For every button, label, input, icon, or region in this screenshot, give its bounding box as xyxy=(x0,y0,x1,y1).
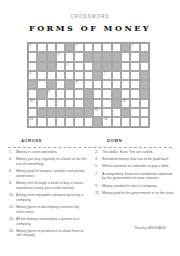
grid-cell[interactable] xyxy=(74,99,83,108)
blocked-cell xyxy=(37,52,46,61)
grid-cell[interactable]: 3 xyxy=(130,43,139,52)
grid-cell[interactable] xyxy=(74,52,83,61)
clue-item: 8.Money lent through a bank to buy a hou… xyxy=(9,181,89,190)
page-title: FORMS OF MONEY xyxy=(0,23,180,33)
grid-cell[interactable]: 16 xyxy=(102,117,111,126)
grid-cell[interactable] xyxy=(140,108,149,117)
clue-item-number: 10. xyxy=(9,193,16,202)
author-credit: Rosalva ANDRADE xyxy=(135,226,166,230)
grid-cell[interactable] xyxy=(65,52,74,61)
clue-item-number: 16. xyxy=(9,229,16,238)
clue-item-number: 4. xyxy=(9,157,16,166)
blocked-cell xyxy=(93,117,102,126)
crossword-grid: 1234567891011121416 xyxy=(27,42,150,128)
grid-cell[interactable] xyxy=(121,62,130,71)
grid-cell[interactable]: 8 xyxy=(74,80,83,89)
clue-item-text: Money in coins and notes. xyxy=(16,150,89,155)
clue-item-text: A compulsory financial contribution impo… xyxy=(102,172,175,181)
grid-cell[interactable] xyxy=(56,43,65,52)
clue-item: 16.Money given to producers to allow the… xyxy=(9,229,89,238)
grid-cell[interactable] xyxy=(84,62,93,71)
grid-cell[interactable] xyxy=(28,89,37,98)
grid-cell[interactable] xyxy=(74,71,83,80)
grid-cell[interactable] xyxy=(112,43,121,52)
grid-cell[interactable] xyxy=(102,99,111,108)
clue-number: 4 xyxy=(57,53,59,56)
grid-cell[interactable] xyxy=(130,99,139,108)
clue-item-text: Money you pay regularly to a bank or for… xyxy=(16,157,89,166)
clue-item-text: A long-term repayable advance given by a… xyxy=(16,193,89,202)
down-clue-list: 2.The dollar, Euro, Yen are called...3.B… xyxy=(95,150,175,196)
blocked-cell xyxy=(47,52,56,61)
grid-cell[interactable]: 6 xyxy=(28,71,37,80)
grid-cell[interactable] xyxy=(140,99,149,108)
grid-cell[interactable]: 10 xyxy=(28,99,37,108)
clue-number: 10 xyxy=(30,100,33,103)
blocked-cell xyxy=(65,80,74,89)
grid-cell[interactable] xyxy=(37,80,46,89)
across-clues-column: ACROSS 1.Money in coins and notes.4.Mone… xyxy=(9,139,89,241)
grid-cell[interactable] xyxy=(130,80,139,89)
clue-item: 3.Borrowed money that has to be paid bac… xyxy=(95,157,175,162)
blocked-cell xyxy=(84,89,93,98)
grid-cell[interactable] xyxy=(37,71,46,80)
blocked-cell xyxy=(140,71,149,80)
grid-cell[interactable]: 12 xyxy=(93,108,102,117)
clue-item-number: 5. xyxy=(95,164,102,169)
blocked-cell xyxy=(121,108,130,117)
blocked-cell xyxy=(65,108,74,117)
grid-cell[interactable] xyxy=(121,89,130,98)
grid-cell[interactable]: 14 xyxy=(28,117,37,126)
clue-item-text: Borrowed money that has to be paid back. xyxy=(102,157,175,162)
grid-cell[interactable] xyxy=(102,80,111,89)
grid-cell[interactable] xyxy=(112,80,121,89)
grid-cell[interactable] xyxy=(130,71,139,80)
clue-item-text: Money lent through a bank to buy a house… xyxy=(16,181,89,190)
blocked-cell xyxy=(84,52,93,61)
grid-cell[interactable] xyxy=(84,117,93,126)
blocked-cell xyxy=(112,89,121,98)
grid-cell[interactable] xyxy=(56,62,65,71)
grid-cell[interactable] xyxy=(121,80,130,89)
grid-cell[interactable] xyxy=(140,117,149,126)
grid-cell[interactable] xyxy=(65,117,74,126)
blocked-cell xyxy=(65,43,74,52)
clue-number: 2 xyxy=(76,44,78,47)
grid-cell[interactable] xyxy=(65,99,74,108)
clue-item: 9.Money needed to start a company. xyxy=(95,184,175,189)
grid-cell[interactable] xyxy=(93,43,102,52)
clue-item-number: 8. xyxy=(9,181,16,190)
grid-cell[interactable] xyxy=(56,99,65,108)
grid-cell[interactable] xyxy=(112,108,121,117)
grid-cell[interactable] xyxy=(130,89,139,98)
blocked-cell xyxy=(28,80,37,89)
grid-cell[interactable] xyxy=(28,52,37,61)
worksheet-page: CROSSWORD FORMS OF MONEY 123456789101112… xyxy=(0,0,180,256)
blocked-cell xyxy=(37,108,46,117)
blocked-cell xyxy=(140,52,149,61)
grid-cell[interactable] xyxy=(84,80,93,89)
clue-item-text: All the money received by a person or a … xyxy=(16,217,89,226)
clue-number: 1 xyxy=(30,44,32,47)
down-clues-column: DOWN 2.The dollar, Euro, Yen are called.… xyxy=(95,139,175,199)
grid-cell[interactable] xyxy=(112,71,121,80)
grid-cell[interactable] xyxy=(93,99,102,108)
grid-cell[interactable]: 4 xyxy=(56,52,65,61)
clue-item-text: Money paid to the government or to the s… xyxy=(102,191,175,196)
grid-cell[interactable]: 11 xyxy=(121,99,130,108)
clue-item: 4.Money you pay regularly to a bank or f… xyxy=(9,157,89,166)
grid-cell[interactable] xyxy=(37,43,46,52)
clue-item-text: Money paid to lawyers, schools and priva… xyxy=(16,169,89,178)
clue-number: 11 xyxy=(123,100,126,103)
clue-item-number: 12. xyxy=(9,205,16,214)
grid-cell[interactable]: 7 xyxy=(102,71,111,80)
clue-item-text: Money given to producers to allow them t… xyxy=(16,229,89,238)
blocked-cell xyxy=(93,62,102,71)
clue-item-number: 14. xyxy=(9,217,16,226)
clue-item-number: 9. xyxy=(95,184,102,189)
blocked-cell xyxy=(112,62,121,71)
grid-cell[interactable]: 2 xyxy=(74,43,83,52)
clue-number: 12 xyxy=(95,109,98,112)
grid-cell[interactable] xyxy=(65,89,74,98)
clue-item-text: Written promise or reminder to pay a deb… xyxy=(102,164,175,169)
clue-item: 14.All the money received by a person or… xyxy=(9,217,89,226)
blocked-cell xyxy=(84,108,93,117)
clue-number: 5 xyxy=(67,63,69,66)
clue-item-number: 11. xyxy=(95,191,102,196)
grid-cell[interactable] xyxy=(121,71,130,80)
grid-cell[interactable] xyxy=(140,62,149,71)
clue-item-text: Money given to developing countries by r… xyxy=(16,205,89,214)
blocked-cell xyxy=(112,52,121,61)
clue-item-number: 1. xyxy=(9,150,16,155)
grid-cell[interactable] xyxy=(74,62,83,71)
grid-cell[interactable] xyxy=(121,52,130,61)
blocked-cell xyxy=(121,43,130,52)
blocked-cell xyxy=(93,52,102,61)
clue-number: 3 xyxy=(132,44,134,47)
clue-item: 7.A compulsory financial contribution im… xyxy=(95,172,175,181)
grid-cell[interactable] xyxy=(93,89,102,98)
grid-cell[interactable] xyxy=(47,117,56,126)
grid-cell[interactable] xyxy=(37,117,46,126)
clue-number: 8 xyxy=(76,81,78,84)
worksheet-kicker: CROSSWORD xyxy=(0,14,180,19)
grid-cell[interactable] xyxy=(130,108,139,117)
blocked-cell xyxy=(37,89,46,98)
grid-cell[interactable] xyxy=(74,117,83,126)
grid-cell[interactable] xyxy=(102,89,111,98)
grid-cell[interactable] xyxy=(112,117,121,126)
grid-cell[interactable] xyxy=(65,71,74,80)
grid-cell[interactable]: 1 xyxy=(28,43,37,52)
grid-cell[interactable]: 9 xyxy=(47,89,56,98)
grid-cell[interactable] xyxy=(102,43,111,52)
blocked-cell xyxy=(140,80,149,89)
clue-item-number: 2. xyxy=(95,150,102,155)
grid-cell[interactable] xyxy=(28,108,37,117)
clue-number: 14 xyxy=(30,118,33,121)
grid-cell[interactable] xyxy=(84,71,93,80)
clue-item: 1.Money in coins and notes. xyxy=(9,150,89,155)
grid-cell[interactable] xyxy=(130,62,139,71)
grid-cell[interactable] xyxy=(84,43,93,52)
grid-cell[interactable] xyxy=(56,89,65,98)
clue-item: 10.A long-term repayable advance given b… xyxy=(9,193,89,202)
clue-item: 11.Money paid to the government or to th… xyxy=(95,191,175,196)
blocked-cell xyxy=(102,62,111,71)
blocked-cell xyxy=(140,89,149,98)
blocked-cell xyxy=(84,99,93,108)
blocked-cell xyxy=(93,71,102,80)
grid-cell[interactable] xyxy=(74,89,83,98)
grid-cell[interactable] xyxy=(47,71,56,80)
grid-cell[interactable] xyxy=(28,62,37,71)
clue-item-number: 3. xyxy=(95,157,102,162)
grid-cell[interactable] xyxy=(56,71,65,80)
grid-cell[interactable] xyxy=(56,80,65,89)
grid-cell[interactable] xyxy=(47,43,56,52)
blocked-cell xyxy=(37,62,46,71)
down-header: DOWN xyxy=(107,139,175,144)
grid-cell[interactable] xyxy=(102,108,111,117)
clue-item: 2.The dollar, Euro, Yen are called... xyxy=(95,150,175,155)
blocked-cell xyxy=(74,108,83,117)
grid-cell[interactable] xyxy=(93,80,102,89)
blocked-cell xyxy=(47,108,56,117)
blocked-cell xyxy=(47,80,56,89)
grid-cell[interactable] xyxy=(130,117,139,126)
grid-cell[interactable] xyxy=(121,117,130,126)
clue-item-text: The dollar, Euro, Yen are called... xyxy=(102,150,175,155)
clue-number: 6 xyxy=(30,72,32,75)
grid-cell[interactable] xyxy=(47,99,56,108)
clue-number: 7 xyxy=(104,72,106,75)
grid-cell[interactable] xyxy=(56,117,65,126)
clue-item-text: Money needed to start a company. xyxy=(102,184,175,189)
blocked-cell xyxy=(112,99,121,108)
grid-cell[interactable]: 5 xyxy=(65,62,74,71)
blocked-cell xyxy=(56,108,65,117)
clue-item: 12.Money given to developing countries b… xyxy=(9,205,89,214)
grid-cell[interactable] xyxy=(37,99,46,108)
clue-item: 5.Written promise or reminder to pay a d… xyxy=(95,164,175,169)
across-header: ACROSS xyxy=(21,139,89,144)
across-clue-list: 1.Money in coins and notes.4.Money you p… xyxy=(9,150,89,238)
grid-cell[interactable] xyxy=(130,52,139,61)
blocked-cell xyxy=(102,52,111,61)
clue-number: 16 xyxy=(104,118,107,121)
clue-item-number: 7. xyxy=(95,172,102,181)
clue-item-number: 6. xyxy=(9,169,16,178)
grid-cell[interactable] xyxy=(140,43,149,52)
blocked-cell xyxy=(47,62,56,71)
clue-item: 6.Money paid to lawyers, schools and pri… xyxy=(9,169,89,178)
clue-number: 9 xyxy=(48,90,50,93)
